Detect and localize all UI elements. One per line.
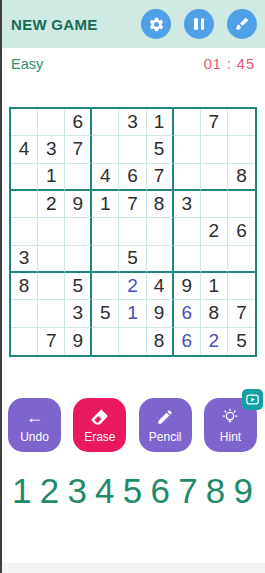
cell-r9c7[interactable]: 6 (174, 328, 201, 355)
cell-r9c1[interactable] (11, 328, 38, 355)
cell-r6c5[interactable]: 5 (119, 246, 146, 273)
pencil-label: Pencil (149, 430, 182, 444)
numpad-5[interactable]: 5 (123, 471, 142, 511)
cell-r4c4[interactable]: 1 (92, 191, 119, 218)
cell-r7c2[interactable] (38, 273, 65, 300)
pencil-icon (156, 407, 174, 427)
theme-button[interactable] (227, 9, 257, 39)
cell-r9c5[interactable] (119, 328, 146, 355)
cell-r6c7[interactable] (174, 246, 201, 273)
cell-r4c3[interactable]: 9 (65, 191, 92, 218)
hint-button[interactable]: Hint (204, 398, 257, 452)
cell-r5c5[interactable] (119, 218, 146, 245)
cell-r2c9[interactable] (228, 136, 255, 163)
cell-r2c6[interactable]: 5 (147, 136, 174, 163)
cell-r2c3[interactable]: 7 (65, 136, 92, 163)
header-buttons (141, 9, 257, 39)
cell-r6c8[interactable] (201, 246, 228, 273)
cell-r2c7[interactable] (174, 136, 201, 163)
numpad-7[interactable]: 7 (178, 471, 197, 511)
cell-r5c3[interactable] (65, 218, 92, 245)
cell-r9c9[interactable]: 5 (228, 328, 255, 355)
cell-r8c7[interactable]: 6 (174, 300, 201, 327)
lightbulb-icon (219, 407, 241, 427)
cell-r4c9[interactable] (228, 191, 255, 218)
cell-r7c7[interactable]: 9 (174, 273, 201, 300)
cell-r6c4[interactable] (92, 246, 119, 273)
numpad-1[interactable]: 1 (12, 471, 31, 511)
toolbar: ← Undo Erase Pencil Hint (8, 398, 257, 452)
undo-arrow-icon: ← (26, 407, 44, 427)
sudoku-board: 6317437514678291783263585249135196877986… (9, 107, 257, 357)
play-video-icon (245, 392, 260, 407)
numpad-9[interactable]: 9 (234, 471, 253, 511)
numpad-3[interactable]: 3 (67, 471, 86, 511)
cell-r3c6[interactable]: 7 (147, 164, 174, 191)
cell-r1c9[interactable] (228, 109, 255, 136)
cell-r6c1[interactable]: 3 (11, 246, 38, 273)
undo-label: Undo (20, 430, 49, 444)
cell-r5c4[interactable] (92, 218, 119, 245)
cell-r8c9[interactable]: 7 (228, 300, 255, 327)
cell-r4c6[interactable]: 8 (147, 191, 174, 218)
cell-r6c3[interactable] (65, 246, 92, 273)
cell-r1c2[interactable] (38, 109, 65, 136)
cell-r3c4[interactable]: 4 (92, 164, 119, 191)
screenshot-left-edge (0, 0, 2, 573)
cell-r1c5[interactable]: 3 (119, 109, 146, 136)
cell-r7c4[interactable] (92, 273, 119, 300)
cell-r3c8[interactable] (201, 164, 228, 191)
cell-r1c4[interactable] (92, 109, 119, 136)
cell-r7c1[interactable]: 8 (11, 273, 38, 300)
erase-button[interactable]: Erase (73, 398, 126, 452)
difficulty-label: Easy (11, 56, 43, 72)
cell-r5c8[interactable]: 2 (201, 218, 228, 245)
cell-r1c1[interactable] (11, 109, 38, 136)
pause-icon (194, 18, 204, 30)
cell-r5c9[interactable]: 6 (228, 218, 255, 245)
pause-button[interactable] (184, 9, 214, 39)
pencil-button[interactable]: Pencil (139, 398, 192, 452)
numpad-6[interactable]: 6 (150, 471, 169, 511)
cell-r3c5[interactable]: 6 (119, 164, 146, 191)
cell-r4c5[interactable]: 7 (119, 191, 146, 218)
cell-r5c2[interactable] (38, 218, 65, 245)
bottom-strip (0, 563, 265, 573)
cell-r9c2[interactable]: 7 (38, 328, 65, 355)
cell-r8c3[interactable]: 3 (65, 300, 92, 327)
cell-r1c7[interactable] (174, 109, 201, 136)
cell-r9c4[interactable] (92, 328, 119, 355)
cell-r1c8[interactable]: 7 (201, 109, 228, 136)
cell-r4c8[interactable] (201, 191, 228, 218)
cell-r7c9[interactable] (228, 273, 255, 300)
cell-r8c1[interactable] (11, 300, 38, 327)
cell-r9c3[interactable]: 9 (65, 328, 92, 355)
cell-r2c8[interactable] (201, 136, 228, 163)
cell-r6c9[interactable] (228, 246, 255, 273)
eraser-icon (90, 407, 109, 427)
cell-r5c6[interactable] (147, 218, 174, 245)
video-ad-badge[interactable] (242, 389, 263, 410)
timer: 01 : 45 (204, 56, 255, 72)
status-row: Easy 01 : 45 (11, 56, 255, 72)
cell-r3c7[interactable] (174, 164, 201, 191)
numpad-2[interactable]: 2 (40, 471, 59, 511)
cell-r7c8[interactable]: 1 (201, 273, 228, 300)
cell-r4c7[interactable]: 3 (174, 191, 201, 218)
cell-r8c6[interactable]: 9 (147, 300, 174, 327)
paint-brush-icon (234, 16, 250, 32)
cell-r2c2[interactable]: 3 (38, 136, 65, 163)
cell-r3c1[interactable] (11, 164, 38, 191)
cell-r8c5[interactable]: 1 (119, 300, 146, 327)
cell-r8c2[interactable] (38, 300, 65, 327)
settings-button[interactable] (141, 9, 171, 39)
cell-r9c8[interactable]: 2 (201, 328, 228, 355)
numpad-4[interactable]: 4 (95, 471, 114, 511)
cell-r7c3[interactable]: 5 (65, 273, 92, 300)
cell-r2c5[interactable] (119, 136, 146, 163)
cell-r6c2[interactable] (38, 246, 65, 273)
numpad-8[interactable]: 8 (206, 471, 225, 511)
cell-r7c6[interactable]: 4 (147, 273, 174, 300)
cell-r4c1[interactable] (11, 191, 38, 218)
cell-r9c6[interactable]: 8 (147, 328, 174, 355)
cell-r5c1[interactable] (11, 218, 38, 245)
cell-r4c2[interactable]: 2 (38, 191, 65, 218)
hint-label: Hint (220, 430, 241, 444)
cell-r3c9[interactable]: 8 (228, 164, 255, 191)
page-title: NEW GAME (11, 16, 98, 33)
cell-r2c4[interactable] (92, 136, 119, 163)
cell-r3c2[interactable]: 1 (38, 164, 65, 191)
cell-r8c8[interactable]: 8 (201, 300, 228, 327)
erase-label: Erase (84, 430, 115, 444)
cell-r8c4[interactable]: 5 (92, 300, 119, 327)
cell-r6c6[interactable] (147, 246, 174, 273)
gear-icon (148, 16, 165, 33)
cell-r3c3[interactable] (65, 164, 92, 191)
cell-r2c1[interactable]: 4 (11, 136, 38, 163)
cell-r5c7[interactable] (174, 218, 201, 245)
undo-button[interactable]: ← Undo (8, 398, 61, 452)
header-bar: NEW GAME (0, 0, 265, 48)
cell-r1c6[interactable]: 1 (147, 109, 174, 136)
number-pad: 1 2 3 4 5 6 7 8 9 (12, 471, 253, 511)
cell-r1c3[interactable]: 6 (65, 109, 92, 136)
cell-r7c5[interactable]: 2 (119, 273, 146, 300)
